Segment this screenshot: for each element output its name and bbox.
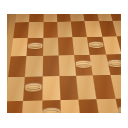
light-square [7,77,25,102]
dark-square [13,22,29,38]
light-piece: ⛂ [74,58,92,70]
light-square [11,38,28,56]
light-piece: ⛂ [106,57,121,69]
light-square [15,14,30,22]
dark-square [7,101,23,113]
light-square [21,100,42,113]
checkers-photo-thumbnail: ⛂⛂⛂⛂⛂⛂⛂⛂⛂⛂⛂⛂⛂⛂⛂ [0,0,128,128]
light-square [42,76,60,100]
light-square [25,56,42,77]
dark-square [29,14,43,22]
dark-square: ⛂ [23,76,42,100]
dark-square [58,37,74,55]
light-square [43,38,59,56]
light-square [28,22,43,38]
light-square [57,22,72,38]
board-scene: ⛂⛂⛂⛂⛂⛂⛂⛂⛂⛂⛂⛂⛂⛂⛂ [7,14,121,113]
dark-square [8,56,27,77]
light-piece: ⛂ [27,40,43,50]
checkers-board: ⛂⛂⛂⛂⛂⛂⛂⛂⛂⛂⛂⛂⛂⛂⛂ [7,14,121,113]
dark-square: ⛂ [41,100,61,113]
checkers-photo: ⛂⛂⛂⛂⛂⛂⛂⛂⛂⛂⛂⛂⛂⛂⛂ [7,14,121,113]
dark-square [43,22,58,38]
dark-square [42,55,59,76]
light-piece: ⛂ [41,104,60,113]
light-piece: ⛂ [24,80,42,94]
dark-square: ⛂ [27,38,43,56]
